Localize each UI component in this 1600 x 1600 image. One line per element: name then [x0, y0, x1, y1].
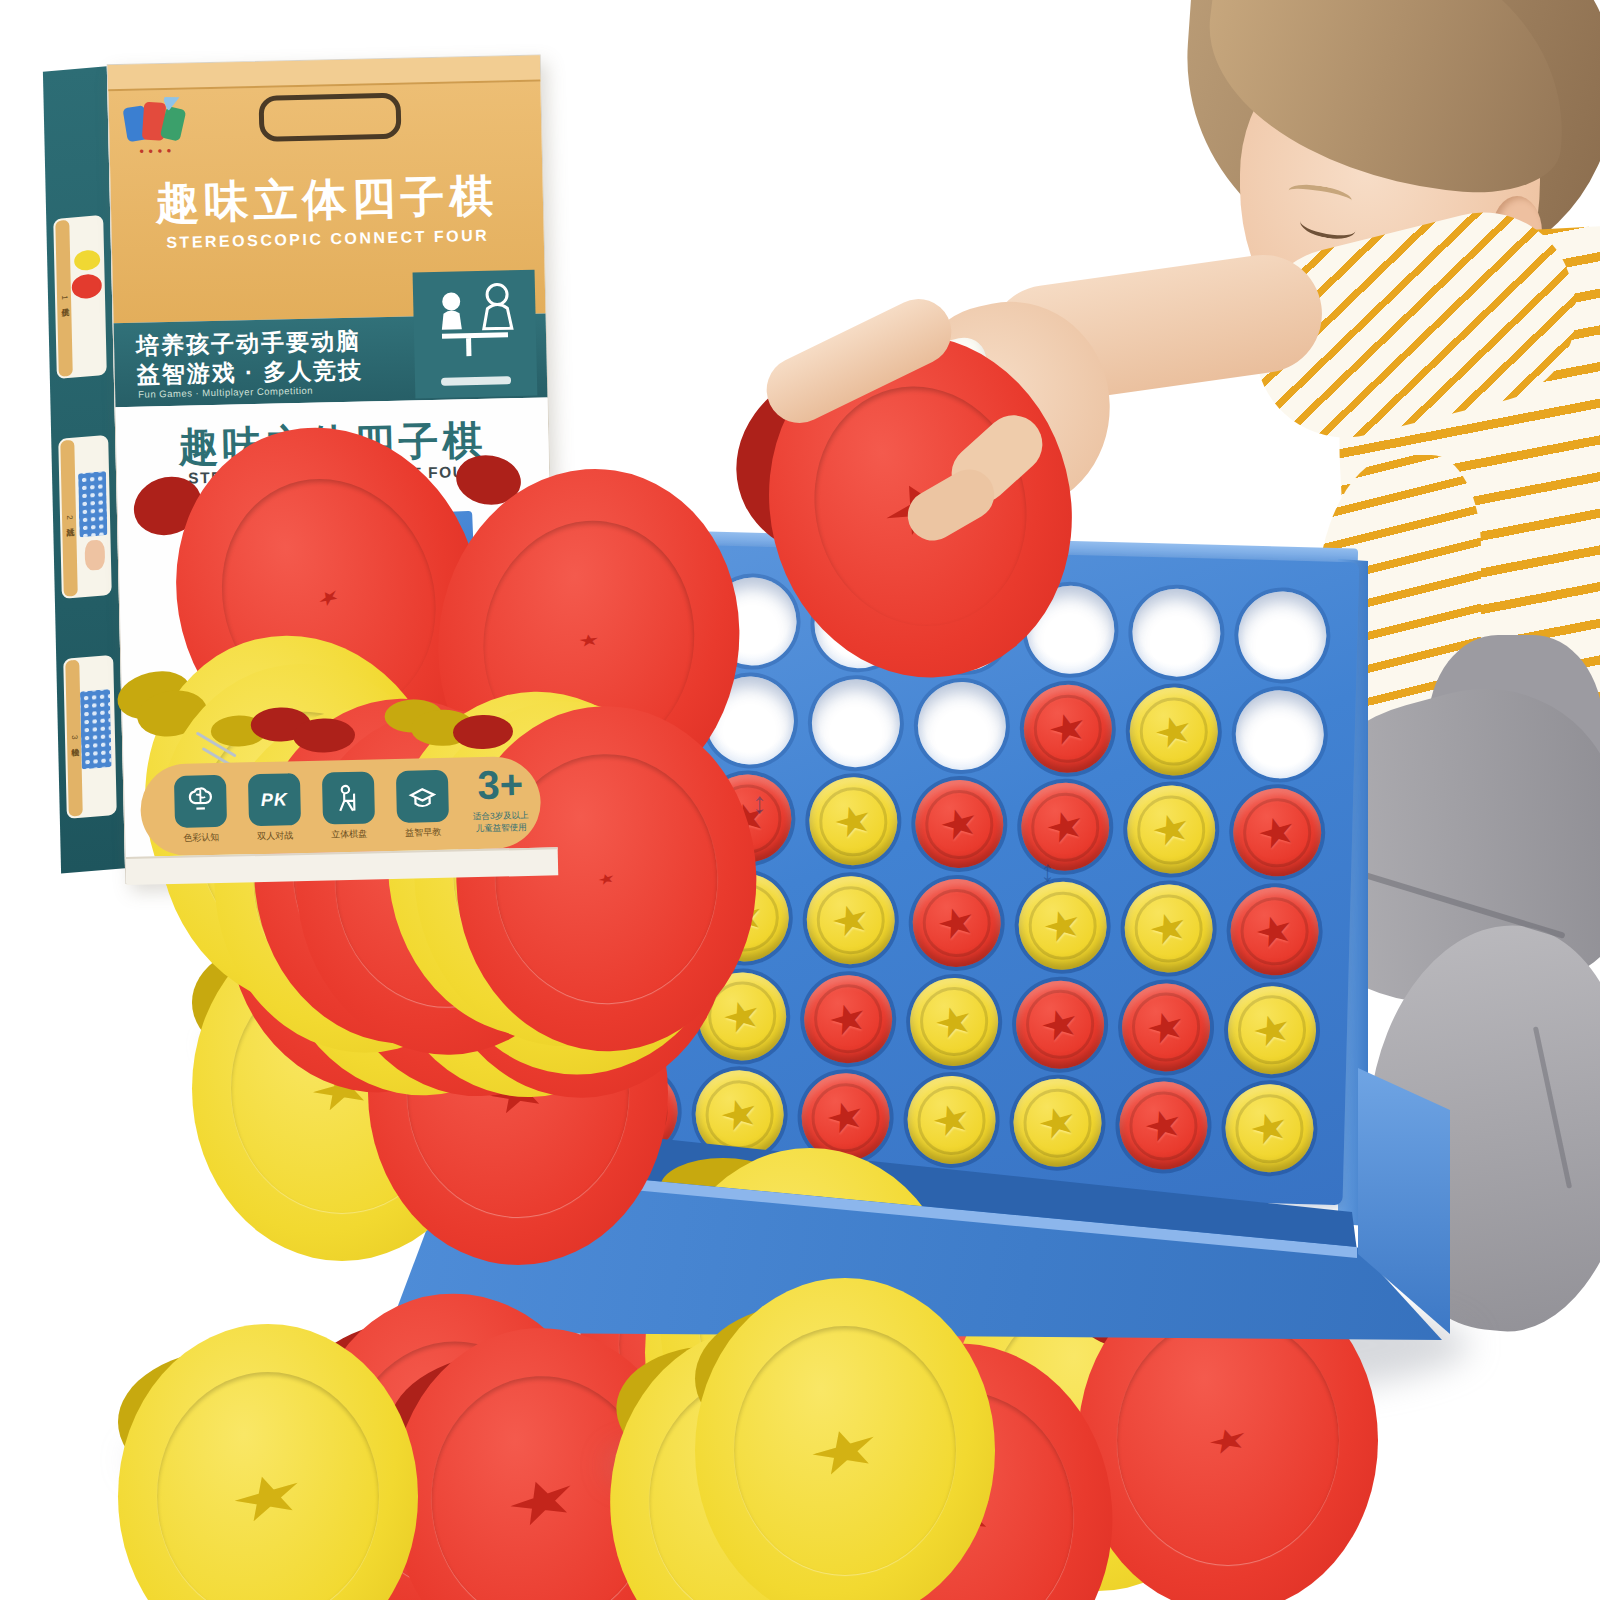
slider-arrow-icon: ↕ [1040, 854, 1055, 888]
yellow-disc: ★ [1129, 686, 1219, 776]
yellow-disc: ★ [1224, 1083, 1314, 1173]
age-caption: 儿童益智使用 [459, 822, 543, 836]
red-disc: ★ [1121, 982, 1211, 1072]
board-cell-r6c6: ★ [1109, 1075, 1218, 1176]
age-badge: 3+ [462, 762, 539, 809]
yellow-disc: ★ [1018, 881, 1108, 971]
red-disc: ★ [1118, 1081, 1208, 1171]
empty-hole [1131, 588, 1221, 678]
box-side-card: 1 优质棋子 [53, 215, 107, 379]
red-disc: ★ [914, 779, 1004, 869]
box-lid-fold [108, 55, 540, 91]
empty-hole [1235, 689, 1325, 779]
box-side-card: 2 对战玩法 [58, 435, 112, 599]
board-cell-r2c6: ★ [1120, 681, 1229, 782]
highchair-icon [322, 771, 375, 824]
yellow-disc: ★ [1012, 1078, 1102, 1168]
box-front-panel: ● ● ● ● 趣味立体四子棋 STEREOSCOPIC CONNECT FOU… [107, 54, 559, 884]
board-cell-r4c3: ★ [796, 870, 905, 971]
icon-caption: 双人对战 [249, 829, 301, 843]
red-disc: ★ [912, 878, 1002, 968]
board-cell-r6c5: ★ [1003, 1072, 1112, 1173]
pictogram-caption-bar [441, 376, 511, 386]
red-disc: ★ [803, 974, 893, 1064]
board-cell-r3c6: ★ [1117, 779, 1226, 880]
board-cell-r6c4: ★ [897, 1069, 1006, 1170]
empty-hole [1237, 591, 1327, 681]
slider-arrow-icon: ↕ [752, 786, 767, 820]
board-cell-r1c7 [1228, 585, 1337, 686]
product-box: 1 优质棋子 2 对战玩法 3 轻松收纳 ● ● ● [43, 54, 559, 885]
yellow-disc: ★ [909, 976, 999, 1066]
box-side-card: 3 轻松收纳 [63, 655, 117, 819]
hang-slot [259, 93, 402, 142]
board-cell-r3c3: ★ [799, 771, 908, 872]
board-cell-r2c5: ★ [1014, 678, 1123, 779]
players-pictogram [413, 270, 538, 399]
brand-logo: ● ● ● ● [125, 97, 190, 154]
icon-caption: 色彩认知 [175, 831, 227, 845]
board-thumb [78, 471, 107, 537]
side-card-label: 1 优质棋子 [55, 220, 73, 377]
yellow-disc: ★ [906, 1075, 996, 1165]
board-cell-r3c5: ★ [1011, 777, 1120, 878]
red-disc: ★ [1232, 788, 1322, 878]
yellow-disc: ★ [806, 875, 896, 965]
board-cell-r3c7: ★ [1223, 782, 1332, 883]
loose-disc: ★ [384, 1324, 624, 1502]
board-cell-r5c6: ★ [1112, 976, 1221, 1077]
cap-icon [396, 770, 449, 823]
board-cell-r6c7: ★ [1215, 1078, 1324, 1179]
board-cell-r2c3 [802, 672, 911, 773]
red-disc: ★ [1023, 684, 1113, 774]
board-cell-r4c6: ★ [1114, 878, 1223, 979]
yellow-disc: ★ [1124, 883, 1214, 973]
box-slogan-band: 培养孩子动手要动脑 益智游戏 · 多人竞技 Fun Games · Multip… [114, 313, 548, 407]
board-cell-r3c4: ★ [905, 774, 1014, 875]
red-disc-thumb [72, 273, 102, 300]
red-disc: ★ [1229, 886, 1319, 976]
icon-caption: 立体棋盘 [323, 827, 375, 841]
icon-caption: 益智早教 [397, 826, 449, 840]
empty-hole [811, 678, 901, 768]
box-art-disc: ★ [293, 712, 356, 753]
box-art-flying-disc: ★ [456, 448, 525, 509]
pk-icon: PK [248, 773, 301, 826]
board-cell-r2c4 [908, 675, 1017, 776]
board-cell-r5c5: ★ [1006, 974, 1115, 1075]
hand-thumb [85, 539, 106, 571]
board-cell-r5c4: ★ [900, 971, 1009, 1072]
board-cell-r5c3: ★ [794, 968, 903, 1069]
red-disc: ★ [1020, 782, 1110, 872]
board-cell-r4c7: ★ [1220, 881, 1329, 982]
board-cell-r1c6 [1122, 582, 1231, 683]
empty-hole [917, 681, 1007, 771]
side-card-label: 2 对战玩法 [60, 440, 78, 597]
board-cell-r5c7: ★ [1218, 979, 1327, 1080]
board-thumb [80, 689, 112, 769]
brain-icon [174, 775, 227, 828]
box-title-cn: 趣味立体四子棋 [110, 165, 543, 234]
yellow-disc: ★ [808, 777, 898, 867]
board-cell-r2c7 [1225, 684, 1334, 785]
box-icon-band: PK 色彩认知 双人对战 立体棋盘 益智早教 [140, 756, 542, 857]
yellow-disc: ★ [1227, 985, 1317, 1075]
loose-disc: ★ [695, 1278, 927, 1454]
product-photo-scene: ★★★★★★★★★★★★★★★★★★★★★★★★★★★★★★ ↕ ↕ ★ ★ ★… [0, 0, 1600, 1600]
loose-disc: ★ [118, 1324, 358, 1496]
box-art-disc: ★ [452, 708, 513, 749]
board-cell-r4c4: ★ [902, 872, 1011, 973]
yellow-disc: ★ [1126, 785, 1216, 875]
board-cell-r4c5: ★ [1008, 875, 1117, 976]
red-disc: ★ [1015, 979, 1105, 1069]
yellow-disc-thumb [74, 249, 100, 271]
